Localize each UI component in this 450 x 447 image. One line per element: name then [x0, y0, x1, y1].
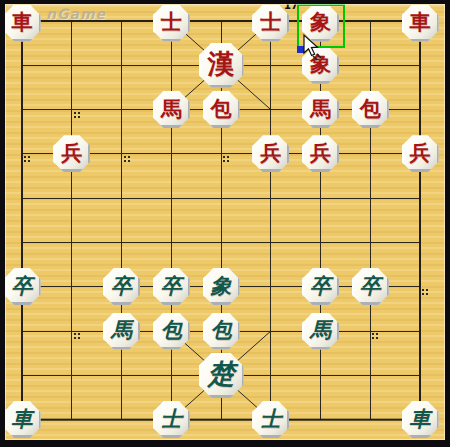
piece-green-horse[interactable]: 馬 — [103, 313, 140, 350]
piece-glyph: 馬 — [111, 316, 132, 344]
point-marker — [422, 289, 424, 291]
window-frame-bottom — [0, 440, 450, 447]
piece-red-chariot[interactable]: 車 — [4, 5, 41, 42]
piece-red-pawn[interactable]: 兵 — [252, 135, 289, 172]
point-marker — [24, 156, 26, 158]
piece-green-advisor[interactable]: 士 — [252, 401, 289, 438]
piece-glyph: 兵 — [410, 139, 431, 167]
piece-green-pawn[interactable]: 卒 — [352, 268, 389, 305]
piece-glyph: 包 — [211, 95, 232, 123]
piece-glyph: 士 — [260, 8, 281, 36]
piece-red-pawn[interactable]: 兵 — [53, 135, 90, 172]
piece-red-pawn[interactable]: 兵 — [402, 135, 439, 172]
window-frame-left — [0, 0, 5, 447]
piece-glyph: 象 — [211, 272, 232, 300]
piece-glyph: 馬 — [310, 95, 331, 123]
piece-green-pawn[interactable]: 卒 — [4, 268, 41, 305]
piece-glyph: 楚 — [208, 356, 235, 392]
piece-green-elephant[interactable]: 象 — [203, 268, 240, 305]
piece-glyph: 卒 — [111, 272, 132, 300]
piece-glyph: 包 — [360, 95, 381, 123]
piece-green-horse[interactable]: 馬 — [302, 313, 339, 350]
point-marker — [124, 156, 126, 158]
piece-glyph: 卒 — [360, 272, 381, 300]
piece-glyph: 車 — [12, 405, 33, 433]
point-marker — [74, 333, 76, 335]
piece-glyph: 卒 — [161, 272, 182, 300]
janggi-game-window: nGame 車士士象車漢象馬包馬包兵兵兵兵卒卒卒象卒卒馬包 — [0, 0, 450, 447]
piece-glyph: 兵 — [310, 139, 331, 167]
piece-glyph: 兵 — [260, 139, 281, 167]
piece-red-advisor[interactable]: 士 — [252, 5, 289, 42]
piece-red-general[interactable]: 漢 — [199, 43, 244, 88]
window-frame-top — [0, 0, 450, 4]
piece-red-chariot[interactable]: 車 — [402, 5, 439, 42]
piece-glyph: 士 — [161, 8, 182, 36]
piece-green-advisor[interactable]: 士 — [153, 401, 190, 438]
piece-green-cannon[interactable]: 包 — [203, 313, 240, 350]
piece-red-elephant[interactable]: 象 — [302, 5, 339, 42]
piece-glyph: 馬 — [310, 316, 331, 344]
piece-red-horse[interactable]: 馬 — [302, 91, 339, 128]
piece-glyph: 卒 — [310, 272, 331, 300]
drop-target-marker — [297, 46, 304, 53]
piece-green-chariot[interactable]: 車 — [4, 401, 41, 438]
piece-glyph: 兵 — [61, 139, 82, 167]
piece-glyph: 士 — [260, 405, 281, 433]
piece-glyph: 包 — [211, 316, 232, 344]
piece-glyph: 士 — [161, 405, 182, 433]
piece-glyph: 車 — [12, 8, 33, 36]
window-frame-right — [445, 0, 450, 447]
piece-glyph: 漢 — [208, 46, 235, 82]
piece-red-cannon[interactable]: 包 — [203, 91, 240, 128]
piece-glyph: 車 — [410, 8, 431, 36]
piece-red-pawn[interactable]: 兵 — [302, 135, 339, 172]
piece-green-pawn[interactable]: 卒 — [153, 268, 190, 305]
piece-glyph: 象 — [310, 50, 331, 78]
point-marker — [74, 112, 76, 114]
piece-green-cannon[interactable]: 包 — [153, 313, 190, 350]
piece-red-advisor[interactable]: 士 — [153, 5, 190, 42]
piece-glyph: 車 — [410, 405, 431, 433]
piece-red-elephant[interactable]: 象 — [302, 47, 339, 84]
point-marker — [372, 333, 374, 335]
piece-red-cannon[interactable]: 包 — [352, 91, 389, 128]
piece-green-pawn[interactable]: 卒 — [302, 268, 339, 305]
piece-glyph: 包 — [161, 316, 182, 344]
piece-glyph: 象 — [310, 8, 331, 36]
point-marker — [223, 156, 225, 158]
piece-glyph: 卒 — [12, 272, 33, 300]
piece-green-pawn[interactable]: 卒 — [103, 268, 140, 305]
piece-green-chariot[interactable]: 車 — [402, 401, 439, 438]
piece-green-general[interactable]: 楚 — [199, 353, 244, 398]
piece-glyph: 馬 — [161, 95, 182, 123]
piece-red-horse[interactable]: 馬 — [153, 91, 190, 128]
